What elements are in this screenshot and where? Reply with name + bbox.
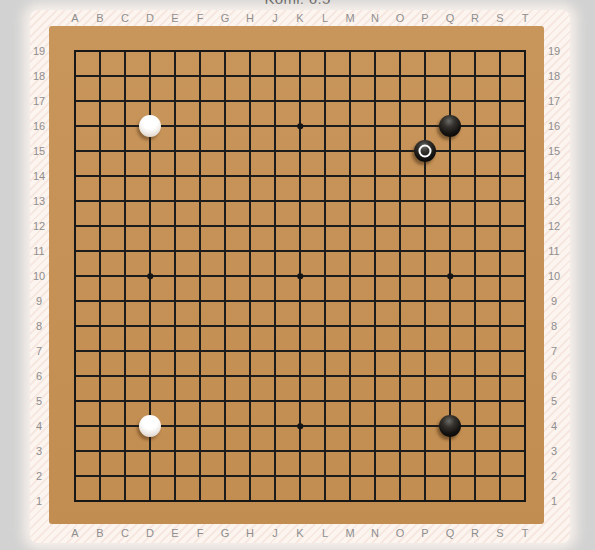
intersection-D12[interactable] — [138, 214, 163, 239]
intersection-T2[interactable] — [513, 464, 538, 489]
intersection-K6[interactable] — [288, 364, 313, 389]
intersection-Q9[interactable] — [438, 289, 463, 314]
intersection-A16[interactable] — [63, 114, 88, 139]
intersection-G4[interactable] — [213, 414, 238, 439]
intersection-R2[interactable] — [463, 464, 488, 489]
intersection-T3[interactable] — [513, 439, 538, 464]
intersection-K13[interactable] — [288, 189, 313, 214]
intersection-M12[interactable] — [338, 214, 363, 239]
intersection-D9[interactable] — [138, 289, 163, 314]
intersection-T18[interactable] — [513, 64, 538, 89]
intersection-K15[interactable] — [288, 139, 313, 164]
intersection-S7[interactable] — [488, 339, 513, 364]
intersection-B2[interactable] — [88, 464, 113, 489]
intersection-H19[interactable] — [238, 39, 263, 64]
intersection-L15[interactable] — [313, 139, 338, 164]
intersection-L18[interactable] — [313, 64, 338, 89]
intersection-E1[interactable] — [163, 489, 188, 514]
intersection-B5[interactable] — [88, 389, 113, 414]
intersection-R15[interactable] — [463, 139, 488, 164]
intersection-J12[interactable] — [263, 214, 288, 239]
intersection-L7[interactable] — [313, 339, 338, 364]
intersection-L13[interactable] — [313, 189, 338, 214]
intersection-C1[interactable] — [113, 489, 138, 514]
intersection-A6[interactable] — [63, 364, 88, 389]
intersection-R14[interactable] — [463, 164, 488, 189]
intersection-Q2[interactable] — [438, 464, 463, 489]
intersection-B18[interactable] — [88, 64, 113, 89]
intersection-S4[interactable] — [488, 414, 513, 439]
intersection-Q10[interactable] — [438, 264, 463, 289]
intersection-R17[interactable] — [463, 89, 488, 114]
intersection-N15[interactable] — [363, 139, 388, 164]
intersection-J9[interactable] — [263, 289, 288, 314]
intersection-D10[interactable] — [138, 264, 163, 289]
intersection-D11[interactable] — [138, 239, 163, 264]
intersection-R16[interactable] — [463, 114, 488, 139]
intersection-M5[interactable] — [338, 389, 363, 414]
intersection-D3[interactable] — [138, 439, 163, 464]
intersection-P17[interactable] — [413, 89, 438, 114]
intersection-F17[interactable] — [188, 89, 213, 114]
intersection-L6[interactable] — [313, 364, 338, 389]
intersection-L12[interactable] — [313, 214, 338, 239]
intersection-H8[interactable] — [238, 314, 263, 339]
intersection-D15[interactable] — [138, 139, 163, 164]
intersection-P19[interactable] — [413, 39, 438, 64]
intersection-T13[interactable] — [513, 189, 538, 214]
intersection-K1[interactable] — [288, 489, 313, 514]
intersection-N9[interactable] — [363, 289, 388, 314]
intersection-Q11[interactable] — [438, 239, 463, 264]
intersection-C15[interactable] — [113, 139, 138, 164]
intersection-A15[interactable] — [63, 139, 88, 164]
intersection-L5[interactable] — [313, 389, 338, 414]
intersection-L1[interactable] — [313, 489, 338, 514]
intersection-T12[interactable] — [513, 214, 538, 239]
intersection-Q17[interactable] — [438, 89, 463, 114]
intersection-B9[interactable] — [88, 289, 113, 314]
intersection-H10[interactable] — [238, 264, 263, 289]
intersection-E18[interactable] — [163, 64, 188, 89]
intersection-M15[interactable] — [338, 139, 363, 164]
intersection-E6[interactable] — [163, 364, 188, 389]
intersection-L8[interactable] — [313, 314, 338, 339]
intersection-R1[interactable] — [463, 489, 488, 514]
intersection-S5[interactable] — [488, 389, 513, 414]
intersection-N2[interactable] — [363, 464, 388, 489]
intersection-A11[interactable] — [63, 239, 88, 264]
intersection-S17[interactable] — [488, 89, 513, 114]
intersection-E11[interactable] — [163, 239, 188, 264]
intersection-K12[interactable] — [288, 214, 313, 239]
intersection-Q4[interactable] — [438, 414, 463, 439]
intersection-K2[interactable] — [288, 464, 313, 489]
intersection-C4[interactable] — [113, 414, 138, 439]
intersection-P16[interactable] — [413, 114, 438, 139]
intersection-B15[interactable] — [88, 139, 113, 164]
intersection-Q7[interactable] — [438, 339, 463, 364]
intersection-P18[interactable] — [413, 64, 438, 89]
intersection-O14[interactable] — [388, 164, 413, 189]
intersection-G5[interactable] — [213, 389, 238, 414]
intersection-E14[interactable] — [163, 164, 188, 189]
intersection-E9[interactable] — [163, 289, 188, 314]
intersection-T16[interactable] — [513, 114, 538, 139]
intersection-Q18[interactable] — [438, 64, 463, 89]
intersection-M2[interactable] — [338, 464, 363, 489]
intersection-E16[interactable] — [163, 114, 188, 139]
intersection-D18[interactable] — [138, 64, 163, 89]
intersection-K19[interactable] — [288, 39, 313, 64]
intersection-R10[interactable] — [463, 264, 488, 289]
intersection-B17[interactable] — [88, 89, 113, 114]
intersection-P6[interactable] — [413, 364, 438, 389]
intersection-F5[interactable] — [188, 389, 213, 414]
intersection-E5[interactable] — [163, 389, 188, 414]
intersection-H5[interactable] — [238, 389, 263, 414]
intersection-K9[interactable] — [288, 289, 313, 314]
intersection-A10[interactable] — [63, 264, 88, 289]
intersection-T15[interactable] — [513, 139, 538, 164]
intersection-J7[interactable] — [263, 339, 288, 364]
intersection-R12[interactable] — [463, 214, 488, 239]
intersection-P4[interactable] — [413, 414, 438, 439]
intersection-S18[interactable] — [488, 64, 513, 89]
intersection-T7[interactable] — [513, 339, 538, 364]
intersection-C18[interactable] — [113, 64, 138, 89]
intersection-R4[interactable] — [463, 414, 488, 439]
intersection-H14[interactable] — [238, 164, 263, 189]
intersection-H9[interactable] — [238, 289, 263, 314]
intersection-S2[interactable] — [488, 464, 513, 489]
intersection-P5[interactable] — [413, 389, 438, 414]
intersection-O1[interactable] — [388, 489, 413, 514]
intersection-T6[interactable] — [513, 364, 538, 389]
intersection-H17[interactable] — [238, 89, 263, 114]
intersection-B11[interactable] — [88, 239, 113, 264]
intersection-Q3[interactable] — [438, 439, 463, 464]
intersection-N19[interactable] — [363, 39, 388, 64]
intersection-H16[interactable] — [238, 114, 263, 139]
intersection-H1[interactable] — [238, 489, 263, 514]
intersection-C3[interactable] — [113, 439, 138, 464]
intersection-F1[interactable] — [188, 489, 213, 514]
intersection-L3[interactable] — [313, 439, 338, 464]
intersection-B1[interactable] — [88, 489, 113, 514]
intersection-B7[interactable] — [88, 339, 113, 364]
intersection-E13[interactable] — [163, 189, 188, 214]
intersection-B4[interactable] — [88, 414, 113, 439]
intersection-Q14[interactable] — [438, 164, 463, 189]
intersection-N17[interactable] — [363, 89, 388, 114]
intersection-N1[interactable] — [363, 489, 388, 514]
intersection-K18[interactable] — [288, 64, 313, 89]
intersection-D6[interactable] — [138, 364, 163, 389]
intersection-C2[interactable] — [113, 464, 138, 489]
intersection-C14[interactable] — [113, 164, 138, 189]
intersection-D8[interactable] — [138, 314, 163, 339]
intersection-R3[interactable] — [463, 439, 488, 464]
intersection-E12[interactable] — [163, 214, 188, 239]
intersection-R18[interactable] — [463, 64, 488, 89]
intersection-H18[interactable] — [238, 64, 263, 89]
intersection-T9[interactable] — [513, 289, 538, 314]
intersection-K11[interactable] — [288, 239, 313, 264]
intersection-L2[interactable] — [313, 464, 338, 489]
intersection-E4[interactable] — [163, 414, 188, 439]
intersection-G15[interactable] — [213, 139, 238, 164]
intersection-P10[interactable] — [413, 264, 438, 289]
intersection-H12[interactable] — [238, 214, 263, 239]
intersection-K8[interactable] — [288, 314, 313, 339]
intersection-M3[interactable] — [338, 439, 363, 464]
intersection-M8[interactable] — [338, 314, 363, 339]
intersection-K7[interactable] — [288, 339, 313, 364]
intersection-C7[interactable] — [113, 339, 138, 364]
intersection-D5[interactable] — [138, 389, 163, 414]
intersection-M17[interactable] — [338, 89, 363, 114]
intersection-B13[interactable] — [88, 189, 113, 214]
intersection-N13[interactable] — [363, 189, 388, 214]
intersection-R5[interactable] — [463, 389, 488, 414]
intersection-J11[interactable] — [263, 239, 288, 264]
intersection-A19[interactable] — [63, 39, 88, 64]
intersection-E8[interactable] — [163, 314, 188, 339]
intersection-O16[interactable] — [388, 114, 413, 139]
intersection-M13[interactable] — [338, 189, 363, 214]
intersection-E3[interactable] — [163, 439, 188, 464]
intersection-P7[interactable] — [413, 339, 438, 364]
intersection-J13[interactable] — [263, 189, 288, 214]
intersection-S3[interactable] — [488, 439, 513, 464]
intersection-N16[interactable] — [363, 114, 388, 139]
intersection-H15[interactable] — [238, 139, 263, 164]
intersection-T17[interactable] — [513, 89, 538, 114]
intersection-A2[interactable] — [63, 464, 88, 489]
intersection-P2[interactable] — [413, 464, 438, 489]
intersection-G2[interactable] — [213, 464, 238, 489]
intersection-G8[interactable] — [213, 314, 238, 339]
intersection-R11[interactable] — [463, 239, 488, 264]
intersection-R6[interactable] — [463, 364, 488, 389]
intersection-M9[interactable] — [338, 289, 363, 314]
intersection-C6[interactable] — [113, 364, 138, 389]
intersection-K4[interactable] — [288, 414, 313, 439]
intersection-L9[interactable] — [313, 289, 338, 314]
intersection-S11[interactable] — [488, 239, 513, 264]
intersection-J14[interactable] — [263, 164, 288, 189]
intersection-T14[interactable] — [513, 164, 538, 189]
intersection-A5[interactable] — [63, 389, 88, 414]
intersection-P13[interactable] — [413, 189, 438, 214]
intersection-N5[interactable] — [363, 389, 388, 414]
intersection-J17[interactable] — [263, 89, 288, 114]
intersection-J4[interactable] — [263, 414, 288, 439]
intersection-G16[interactable] — [213, 114, 238, 139]
intersection-K16[interactable] — [288, 114, 313, 139]
intersection-M1[interactable] — [338, 489, 363, 514]
intersection-F8[interactable] — [188, 314, 213, 339]
intersection-O17[interactable] — [388, 89, 413, 114]
intersection-T8[interactable] — [513, 314, 538, 339]
intersection-L11[interactable] — [313, 239, 338, 264]
intersection-P14[interactable] — [413, 164, 438, 189]
intersection-P15[interactable] — [413, 139, 438, 164]
intersection-A3[interactable] — [63, 439, 88, 464]
intersection-F14[interactable] — [188, 164, 213, 189]
intersection-M10[interactable] — [338, 264, 363, 289]
intersection-O5[interactable] — [388, 389, 413, 414]
intersection-E19[interactable] — [163, 39, 188, 64]
intersection-E17[interactable] — [163, 89, 188, 114]
intersection-S19[interactable] — [488, 39, 513, 64]
intersection-F3[interactable] — [188, 439, 213, 464]
intersection-Q15[interactable] — [438, 139, 463, 164]
intersection-G14[interactable] — [213, 164, 238, 189]
intersection-O19[interactable] — [388, 39, 413, 64]
intersection-C16[interactable] — [113, 114, 138, 139]
intersection-T11[interactable] — [513, 239, 538, 264]
intersection-N11[interactable] — [363, 239, 388, 264]
intersection-G1[interactable] — [213, 489, 238, 514]
intersection-R13[interactable] — [463, 189, 488, 214]
intersection-J15[interactable] — [263, 139, 288, 164]
intersection-S6[interactable] — [488, 364, 513, 389]
intersection-P11[interactable] — [413, 239, 438, 264]
intersection-J1[interactable] — [263, 489, 288, 514]
intersection-K17[interactable] — [288, 89, 313, 114]
intersection-F15[interactable] — [188, 139, 213, 164]
intersection-H3[interactable] — [238, 439, 263, 464]
intersection-Q1[interactable] — [438, 489, 463, 514]
intersection-G6[interactable] — [213, 364, 238, 389]
intersection-S9[interactable] — [488, 289, 513, 314]
intersection-G19[interactable] — [213, 39, 238, 64]
intersection-S13[interactable] — [488, 189, 513, 214]
intersection-C11[interactable] — [113, 239, 138, 264]
intersection-D13[interactable] — [138, 189, 163, 214]
intersection-J19[interactable] — [263, 39, 288, 64]
intersection-H6[interactable] — [238, 364, 263, 389]
intersection-O11[interactable] — [388, 239, 413, 264]
intersection-P3[interactable] — [413, 439, 438, 464]
intersection-H2[interactable] — [238, 464, 263, 489]
intersection-B19[interactable] — [88, 39, 113, 64]
intersection-M7[interactable] — [338, 339, 363, 364]
intersection-O4[interactable] — [388, 414, 413, 439]
intersection-K5[interactable] — [288, 389, 313, 414]
intersection-G18[interactable] — [213, 64, 238, 89]
intersection-Q19[interactable] — [438, 39, 463, 64]
intersection-G7[interactable] — [213, 339, 238, 364]
intersection-R8[interactable] — [463, 314, 488, 339]
intersection-B14[interactable] — [88, 164, 113, 189]
intersection-J5[interactable] — [263, 389, 288, 414]
intersection-B12[interactable] — [88, 214, 113, 239]
intersection-C10[interactable] — [113, 264, 138, 289]
intersection-L16[interactable] — [313, 114, 338, 139]
intersection-D19[interactable] — [138, 39, 163, 64]
intersection-L19[interactable] — [313, 39, 338, 64]
intersection-A4[interactable] — [63, 414, 88, 439]
intersection-F6[interactable] — [188, 364, 213, 389]
intersection-G13[interactable] — [213, 189, 238, 214]
intersection-K14[interactable] — [288, 164, 313, 189]
intersection-A9[interactable] — [63, 289, 88, 314]
intersection-C8[interactable] — [113, 314, 138, 339]
intersection-M16[interactable] — [338, 114, 363, 139]
intersection-S1[interactable] — [488, 489, 513, 514]
intersection-G10[interactable] — [213, 264, 238, 289]
intersection-C9[interactable] — [113, 289, 138, 314]
intersection-P8[interactable] — [413, 314, 438, 339]
intersection-E10[interactable] — [163, 264, 188, 289]
intersection-J10[interactable] — [263, 264, 288, 289]
intersection-H4[interactable] — [238, 414, 263, 439]
intersection-O13[interactable] — [388, 189, 413, 214]
intersection-J6[interactable] — [263, 364, 288, 389]
intersection-N18[interactable] — [363, 64, 388, 89]
intersection-N10[interactable] — [363, 264, 388, 289]
intersection-B10[interactable] — [88, 264, 113, 289]
intersection-A1[interactable] — [63, 489, 88, 514]
intersection-O18[interactable] — [388, 64, 413, 89]
intersection-N7[interactable] — [363, 339, 388, 364]
intersection-P1[interactable] — [413, 489, 438, 514]
intersection-D7[interactable] — [138, 339, 163, 364]
intersection-N3[interactable] — [363, 439, 388, 464]
intersection-C5[interactable] — [113, 389, 138, 414]
intersection-G17[interactable] — [213, 89, 238, 114]
intersection-R19[interactable] — [463, 39, 488, 64]
intersection-R9[interactable] — [463, 289, 488, 314]
intersection-N4[interactable] — [363, 414, 388, 439]
intersection-S12[interactable] — [488, 214, 513, 239]
intersection-J3[interactable] — [263, 439, 288, 464]
intersection-A12[interactable] — [63, 214, 88, 239]
intersection-K3[interactable] — [288, 439, 313, 464]
intersection-F18[interactable] — [188, 64, 213, 89]
intersection-P12[interactable] — [413, 214, 438, 239]
intersection-E15[interactable] — [163, 139, 188, 164]
intersection-F10[interactable] — [188, 264, 213, 289]
intersection-T19[interactable] — [513, 39, 538, 64]
intersection-M14[interactable] — [338, 164, 363, 189]
intersection-C17[interactable] — [113, 89, 138, 114]
intersection-C12[interactable] — [113, 214, 138, 239]
intersection-Q8[interactable] — [438, 314, 463, 339]
intersection-T1[interactable] — [513, 489, 538, 514]
intersection-M4[interactable] — [338, 414, 363, 439]
intersection-J16[interactable] — [263, 114, 288, 139]
intersection-D2[interactable] — [138, 464, 163, 489]
intersection-F4[interactable] — [188, 414, 213, 439]
intersection-F16[interactable] — [188, 114, 213, 139]
intersection-M6[interactable] — [338, 364, 363, 389]
intersection-B3[interactable] — [88, 439, 113, 464]
intersection-E7[interactable] — [163, 339, 188, 364]
intersection-K10[interactable] — [288, 264, 313, 289]
intersection-G3[interactable] — [213, 439, 238, 464]
intersection-H7[interactable] — [238, 339, 263, 364]
intersection-O7[interactable] — [388, 339, 413, 364]
intersection-G9[interactable] — [213, 289, 238, 314]
intersection-B6[interactable] — [88, 364, 113, 389]
intersection-R7[interactable] — [463, 339, 488, 364]
intersection-F9[interactable] — [188, 289, 213, 314]
intersection-C19[interactable] — [113, 39, 138, 64]
